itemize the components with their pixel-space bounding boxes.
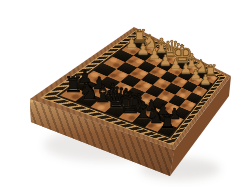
chess-set-photo: ♜♞♝♛♚♝♞♜♟♟♟♟♟♟♟♟♟♟♟♟♟♟♟♟♜♞♝♛♚♝♞♜ xyxy=(0,0,250,187)
